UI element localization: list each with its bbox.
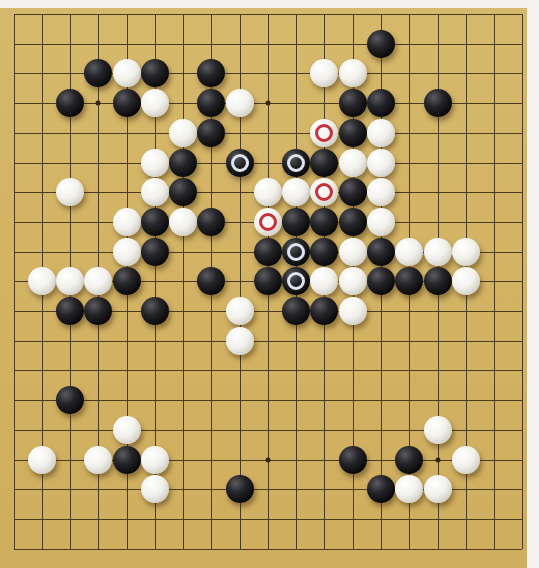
black-stone	[310, 208, 338, 236]
grid-line-horizontal	[14, 341, 523, 342]
white-stone	[254, 178, 282, 206]
black-stone	[367, 475, 395, 503]
black-stone	[113, 267, 141, 295]
black-stone	[197, 208, 225, 236]
black-stone	[367, 238, 395, 266]
black-stone	[197, 89, 225, 117]
grid-line-horizontal	[14, 549, 523, 550]
white-stone	[339, 238, 367, 266]
white-stone	[339, 267, 367, 295]
black-stone	[197, 119, 225, 147]
black-stone	[339, 89, 367, 117]
white-stone	[282, 178, 310, 206]
black-stone	[395, 267, 423, 295]
black-stone	[141, 208, 169, 236]
black-stone	[367, 267, 395, 295]
star-point	[265, 101, 270, 106]
black-stone	[395, 446, 423, 474]
circle-marker	[287, 154, 305, 172]
black-stone	[113, 89, 141, 117]
white-stone	[141, 149, 169, 177]
circle-marker	[231, 154, 249, 172]
image-right-border	[527, 0, 539, 568]
circle-marker	[315, 124, 333, 142]
white-stone	[113, 416, 141, 444]
white-stone	[310, 59, 338, 87]
white-stone	[339, 59, 367, 87]
white-stone	[395, 238, 423, 266]
black-stone	[84, 59, 112, 87]
white-stone	[310, 267, 338, 295]
grid-line-horizontal	[14, 519, 523, 520]
white-stone	[56, 267, 84, 295]
grid-line-horizontal	[14, 400, 523, 401]
black-stone	[169, 178, 197, 206]
grid-line-vertical	[522, 14, 523, 549]
go-board[interactable]	[0, 0, 539, 568]
white-stone	[452, 446, 480, 474]
image-top-border	[0, 0, 539, 8]
grid-line-horizontal	[14, 370, 523, 371]
black-stone	[367, 30, 395, 58]
black-stone	[141, 297, 169, 325]
black-stone	[56, 297, 84, 325]
white-stone	[113, 59, 141, 87]
white-stone	[56, 178, 84, 206]
white-stone	[452, 267, 480, 295]
grid-line-horizontal	[14, 44, 523, 45]
black-stone	[226, 475, 254, 503]
black-stone	[141, 238, 169, 266]
white-stone	[226, 89, 254, 117]
black-stone	[310, 238, 338, 266]
white-stone	[226, 327, 254, 355]
circle-marker	[287, 243, 305, 261]
black-stone	[113, 446, 141, 474]
grid-line-horizontal	[14, 14, 523, 15]
white-stone	[339, 149, 367, 177]
black-stone	[141, 59, 169, 87]
white-stone	[424, 475, 452, 503]
star-point	[96, 101, 101, 106]
black-stone	[339, 446, 367, 474]
white-stone	[113, 238, 141, 266]
black-stone	[282, 208, 310, 236]
black-stone	[339, 208, 367, 236]
black-stone	[254, 238, 282, 266]
black-stone	[282, 297, 310, 325]
white-stone	[28, 446, 56, 474]
white-stone	[84, 267, 112, 295]
white-stone	[367, 208, 395, 236]
white-stone	[84, 446, 112, 474]
white-stone	[226, 297, 254, 325]
white-stone	[141, 178, 169, 206]
white-stone	[367, 119, 395, 147]
star-point	[265, 457, 270, 462]
circle-marker	[259, 213, 277, 231]
grid-line-horizontal	[14, 163, 523, 164]
black-stone	[310, 297, 338, 325]
black-stone	[56, 89, 84, 117]
black-stone	[339, 119, 367, 147]
white-stone	[141, 446, 169, 474]
white-stone	[424, 416, 452, 444]
white-stone	[367, 149, 395, 177]
black-stone	[310, 149, 338, 177]
black-stone	[169, 149, 197, 177]
white-stone	[367, 178, 395, 206]
black-stone	[367, 89, 395, 117]
black-stone	[56, 386, 84, 414]
go-game-screenshot	[0, 0, 539, 568]
white-stone	[28, 267, 56, 295]
black-stone	[197, 267, 225, 295]
black-stone	[424, 89, 452, 117]
white-stone	[452, 238, 480, 266]
circle-marker	[287, 272, 305, 290]
black-stone	[197, 59, 225, 87]
white-stone	[141, 475, 169, 503]
black-stone	[339, 178, 367, 206]
black-stone	[84, 297, 112, 325]
white-stone	[169, 208, 197, 236]
white-stone	[424, 238, 452, 266]
circle-marker	[315, 183, 333, 201]
black-stone	[254, 267, 282, 295]
star-point	[435, 457, 440, 462]
white-stone	[169, 119, 197, 147]
white-stone	[339, 297, 367, 325]
black-stone	[424, 267, 452, 295]
white-stone	[113, 208, 141, 236]
grid-line-horizontal	[14, 133, 523, 134]
white-stone	[395, 475, 423, 503]
white-stone	[141, 89, 169, 117]
